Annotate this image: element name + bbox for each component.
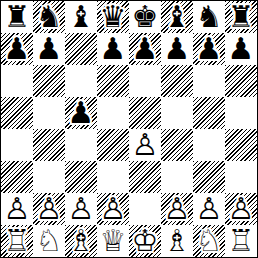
black-pawn-piece: ♟ bbox=[129, 33, 161, 65]
square-c6[interactable] bbox=[65, 65, 97, 97]
square-a8[interactable]: ♜ bbox=[1, 1, 33, 33]
square-c4[interactable] bbox=[65, 129, 97, 161]
square-d4[interactable] bbox=[97, 129, 129, 161]
black-pawn-piece: ♟ bbox=[193, 33, 225, 65]
square-e2[interactable] bbox=[129, 193, 161, 225]
white-knight-piece: ♘ bbox=[33, 225, 65, 257]
black-rook-piece: ♜ bbox=[1, 1, 33, 33]
square-d1[interactable]: ♛♕ bbox=[97, 225, 129, 257]
square-c1[interactable]: ♝♗ bbox=[65, 225, 97, 257]
white-pawn-piece: ♙ bbox=[1, 193, 33, 225]
white-rook-piece: ♖ bbox=[225, 225, 257, 257]
square-e1[interactable]: ♚♔ bbox=[129, 225, 161, 257]
square-f7[interactable]: ♟ bbox=[161, 33, 193, 65]
square-b1[interactable]: ♞♘ bbox=[33, 225, 65, 257]
white-bishop-piece: ♗ bbox=[65, 225, 97, 257]
square-g2[interactable]: ♟♙ bbox=[193, 193, 225, 225]
square-f5[interactable] bbox=[161, 97, 193, 129]
chess-board: ♜♞♝♛♚♝♞♜♟♟♟♟♟♟♟♟♟♙♟♙♟♙♟♙♟♙♟♙♟♙♟♙♜♖♞♘♝♗♛♕… bbox=[0, 0, 258, 258]
white-pawn-piece: ♙ bbox=[97, 193, 129, 225]
white-pawn-piece: ♙ bbox=[225, 193, 257, 225]
white-king-piece: ♔ bbox=[129, 225, 161, 257]
square-b2[interactable]: ♟♙ bbox=[33, 193, 65, 225]
square-b5[interactable] bbox=[33, 97, 65, 129]
white-bishop-piece: ♗ bbox=[161, 225, 193, 257]
black-bishop-piece: ♝ bbox=[65, 1, 97, 33]
white-pawn-piece: ♙ bbox=[65, 193, 97, 225]
square-f8[interactable]: ♝ bbox=[161, 1, 193, 33]
square-a4[interactable] bbox=[1, 129, 33, 161]
square-c3[interactable] bbox=[65, 161, 97, 193]
square-h7[interactable]: ♟ bbox=[225, 33, 257, 65]
white-pawn-piece: ♙ bbox=[129, 129, 161, 161]
square-b7[interactable]: ♟ bbox=[33, 33, 65, 65]
white-knight-piece: ♘ bbox=[193, 225, 225, 257]
square-b8[interactable]: ♞ bbox=[33, 1, 65, 33]
square-a2[interactable]: ♟♙ bbox=[1, 193, 33, 225]
black-knight-piece: ♞ bbox=[33, 1, 65, 33]
square-g7[interactable]: ♟ bbox=[193, 33, 225, 65]
square-d5[interactable] bbox=[97, 97, 129, 129]
square-a5[interactable] bbox=[1, 97, 33, 129]
square-g5[interactable] bbox=[193, 97, 225, 129]
square-h3[interactable] bbox=[225, 161, 257, 193]
square-h1[interactable]: ♜♖ bbox=[225, 225, 257, 257]
square-f3[interactable] bbox=[161, 161, 193, 193]
square-b3[interactable] bbox=[33, 161, 65, 193]
square-c7[interactable] bbox=[65, 33, 97, 65]
black-pawn-piece: ♟ bbox=[1, 33, 33, 65]
square-a6[interactable] bbox=[1, 65, 33, 97]
square-e3[interactable] bbox=[129, 161, 161, 193]
square-f2[interactable]: ♟♙ bbox=[161, 193, 193, 225]
black-pawn-piece: ♟ bbox=[161, 33, 193, 65]
square-g6[interactable] bbox=[193, 65, 225, 97]
square-d7[interactable]: ♟ bbox=[97, 33, 129, 65]
square-h5[interactable] bbox=[225, 97, 257, 129]
white-pawn-piece: ♙ bbox=[193, 193, 225, 225]
square-c8[interactable]: ♝ bbox=[65, 1, 97, 33]
black-pawn-piece: ♟ bbox=[97, 33, 129, 65]
white-rook-piece: ♖ bbox=[1, 225, 33, 257]
square-e5[interactable] bbox=[129, 97, 161, 129]
square-d2[interactable]: ♟♙ bbox=[97, 193, 129, 225]
square-b6[interactable] bbox=[33, 65, 65, 97]
square-e4[interactable]: ♟♙ bbox=[129, 129, 161, 161]
square-g8[interactable]: ♞ bbox=[193, 1, 225, 33]
square-c2[interactable]: ♟♙ bbox=[65, 193, 97, 225]
square-f4[interactable] bbox=[161, 129, 193, 161]
square-a1[interactable]: ♜♖ bbox=[1, 225, 33, 257]
square-h4[interactable] bbox=[225, 129, 257, 161]
square-g4[interactable] bbox=[193, 129, 225, 161]
square-h2[interactable]: ♟♙ bbox=[225, 193, 257, 225]
white-queen-piece: ♕ bbox=[97, 225, 129, 257]
white-pawn-piece: ♙ bbox=[33, 193, 65, 225]
square-e6[interactable] bbox=[129, 65, 161, 97]
square-h6[interactable] bbox=[225, 65, 257, 97]
square-a3[interactable] bbox=[1, 161, 33, 193]
black-bishop-piece: ♝ bbox=[161, 1, 193, 33]
square-h8[interactable]: ♜ bbox=[225, 1, 257, 33]
square-a7[interactable]: ♟ bbox=[1, 33, 33, 65]
black-pawn-piece: ♟ bbox=[65, 97, 97, 129]
square-g1[interactable]: ♞♘ bbox=[193, 225, 225, 257]
square-f1[interactable]: ♝♗ bbox=[161, 225, 193, 257]
square-c5[interactable]: ♟ bbox=[65, 97, 97, 129]
square-d8[interactable]: ♛ bbox=[97, 1, 129, 33]
square-d3[interactable] bbox=[97, 161, 129, 193]
square-f6[interactable] bbox=[161, 65, 193, 97]
square-e8[interactable]: ♚ bbox=[129, 1, 161, 33]
square-g3[interactable] bbox=[193, 161, 225, 193]
black-queen-piece: ♛ bbox=[97, 1, 129, 33]
black-rook-piece: ♜ bbox=[225, 1, 257, 33]
white-pawn-piece: ♙ bbox=[161, 193, 193, 225]
black-pawn-piece: ♟ bbox=[33, 33, 65, 65]
square-d6[interactable] bbox=[97, 65, 129, 97]
black-knight-piece: ♞ bbox=[193, 1, 225, 33]
black-pawn-piece: ♟ bbox=[225, 33, 257, 65]
square-e7[interactable]: ♟ bbox=[129, 33, 161, 65]
square-b4[interactable] bbox=[33, 129, 65, 161]
black-king-piece: ♚ bbox=[129, 1, 161, 33]
